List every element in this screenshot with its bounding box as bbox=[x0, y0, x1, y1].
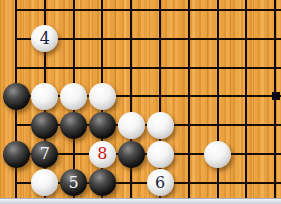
go-diagram-screenshot: 47856 bbox=[0, 0, 281, 204]
move-number: 6 bbox=[155, 175, 165, 191]
black-stone bbox=[3, 83, 30, 110]
star-point-marker bbox=[272, 92, 280, 100]
black-stone bbox=[118, 141, 145, 168]
white-stone bbox=[89, 83, 116, 110]
white-stone bbox=[31, 83, 58, 110]
grid-vline bbox=[188, 0, 190, 199]
white-stone bbox=[118, 112, 145, 139]
white-stone bbox=[31, 169, 58, 196]
black-stone-move-5: 5 bbox=[60, 169, 87, 196]
black-stone bbox=[89, 112, 116, 139]
move-number: 5 bbox=[69, 175, 79, 191]
black-stone bbox=[60, 112, 87, 139]
white-stone bbox=[204, 141, 231, 168]
go-board[interactable]: 47856 bbox=[0, 0, 281, 199]
white-stone bbox=[147, 141, 174, 168]
black-stone bbox=[31, 112, 58, 139]
window-bottom-strip bbox=[0, 198, 281, 204]
white-stone-move-8: 8 bbox=[89, 141, 116, 168]
black-stone bbox=[3, 141, 30, 168]
white-stone-move-6: 6 bbox=[147, 169, 174, 196]
grid-hline bbox=[15, 9, 281, 11]
white-stone-move-4: 4 bbox=[31, 25, 58, 52]
white-stone bbox=[147, 112, 174, 139]
grid-vline bbox=[217, 0, 219, 199]
white-stone bbox=[60, 83, 87, 110]
grid-hline bbox=[15, 67, 281, 69]
black-stone-move-7: 7 bbox=[31, 141, 58, 168]
move-number: 4 bbox=[40, 31, 50, 47]
move-number: 7 bbox=[40, 146, 50, 162]
grid-vline bbox=[245, 0, 247, 199]
black-stone bbox=[89, 169, 116, 196]
grid-vline bbox=[130, 0, 132, 199]
move-number: 8 bbox=[97, 146, 107, 162]
